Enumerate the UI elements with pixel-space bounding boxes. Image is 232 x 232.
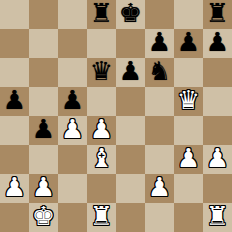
square-a1[interactable] <box>0 203 29 232</box>
square-b4[interactable]: ♟ <box>29 116 58 145</box>
square-g6[interactable] <box>174 58 203 87</box>
square-e8[interactable]: ♚ <box>116 0 145 29</box>
square-e5[interactable] <box>116 87 145 116</box>
piece-black-king[interactable]: ♚ <box>119 0 142 28</box>
piece-white-pawn[interactable]: ♟ <box>206 145 229 173</box>
square-h2[interactable] <box>203 174 232 203</box>
piece-black-pawn[interactable]: ♟ <box>119 58 142 86</box>
square-d7[interactable] <box>87 29 116 58</box>
square-c6[interactable] <box>58 58 87 87</box>
square-h6[interactable] <box>203 58 232 87</box>
piece-white-pawn[interactable]: ♟ <box>32 174 55 202</box>
piece-white-bishop[interactable]: ♝ <box>90 145 113 173</box>
piece-black-rook[interactable]: ♜ <box>206 0 229 28</box>
square-h3[interactable]: ♟ <box>203 145 232 174</box>
square-e7[interactable] <box>116 29 145 58</box>
piece-black-rook[interactable]: ♜ <box>90 0 113 28</box>
square-b7[interactable] <box>29 29 58 58</box>
square-f2[interactable]: ♟ <box>145 174 174 203</box>
piece-black-knight[interactable]: ♞ <box>148 58 171 86</box>
square-g3[interactable]: ♟ <box>174 145 203 174</box>
square-c4[interactable]: ♟ <box>58 116 87 145</box>
square-b2[interactable]: ♟ <box>29 174 58 203</box>
square-h8[interactable]: ♜ <box>203 0 232 29</box>
piece-black-queen[interactable]: ♛ <box>90 58 113 86</box>
piece-white-pawn[interactable]: ♟ <box>148 174 171 202</box>
square-h4[interactable] <box>203 116 232 145</box>
square-a6[interactable] <box>0 58 29 87</box>
square-c8[interactable] <box>58 0 87 29</box>
piece-white-king[interactable]: ♚ <box>32 203 55 231</box>
square-g5[interactable]: ♛ <box>174 87 203 116</box>
square-f5[interactable] <box>145 87 174 116</box>
chess-board: ♜♚♜♟♟♟♛♟♞♟♟♛♟♟♟♝♟♟♟♟♟♚♜♜ <box>0 0 232 232</box>
square-a8[interactable] <box>0 0 29 29</box>
square-f6[interactable]: ♞ <box>145 58 174 87</box>
square-f7[interactable]: ♟ <box>145 29 174 58</box>
piece-white-queen[interactable]: ♛ <box>177 87 200 115</box>
square-f4[interactable] <box>145 116 174 145</box>
square-a7[interactable] <box>0 29 29 58</box>
square-c5[interactable]: ♟ <box>58 87 87 116</box>
square-e2[interactable] <box>116 174 145 203</box>
square-e6[interactable]: ♟ <box>116 58 145 87</box>
square-d2[interactable] <box>87 174 116 203</box>
piece-black-pawn[interactable]: ♟ <box>32 116 55 144</box>
square-b3[interactable] <box>29 145 58 174</box>
square-c3[interactable] <box>58 145 87 174</box>
square-d6[interactable]: ♛ <box>87 58 116 87</box>
square-d5[interactable] <box>87 87 116 116</box>
square-c2[interactable] <box>58 174 87 203</box>
square-g2[interactable] <box>174 174 203 203</box>
piece-black-pawn[interactable]: ♟ <box>148 29 171 57</box>
square-g8[interactable] <box>174 0 203 29</box>
square-a2[interactable]: ♟ <box>0 174 29 203</box>
square-f8[interactable] <box>145 0 174 29</box>
square-g4[interactable] <box>174 116 203 145</box>
square-g7[interactable]: ♟ <box>174 29 203 58</box>
piece-black-pawn[interactable]: ♟ <box>177 29 200 57</box>
square-d8[interactable]: ♜ <box>87 0 116 29</box>
piece-black-pawn[interactable]: ♟ <box>61 87 84 115</box>
square-e4[interactable] <box>116 116 145 145</box>
piece-white-rook[interactable]: ♜ <box>206 203 229 231</box>
square-b1[interactable]: ♚ <box>29 203 58 232</box>
square-h1[interactable]: ♜ <box>203 203 232 232</box>
square-a3[interactable] <box>0 145 29 174</box>
square-h5[interactable] <box>203 87 232 116</box>
piece-black-pawn[interactable]: ♟ <box>3 87 26 115</box>
square-b5[interactable] <box>29 87 58 116</box>
piece-white-rook[interactable]: ♜ <box>90 203 113 231</box>
square-e3[interactable] <box>116 145 145 174</box>
square-b6[interactable] <box>29 58 58 87</box>
square-b8[interactable] <box>29 0 58 29</box>
square-e1[interactable] <box>116 203 145 232</box>
square-g1[interactable] <box>174 203 203 232</box>
square-c1[interactable] <box>58 203 87 232</box>
piece-black-pawn[interactable]: ♟ <box>206 29 229 57</box>
piece-white-pawn[interactable]: ♟ <box>90 116 113 144</box>
square-h7[interactable]: ♟ <box>203 29 232 58</box>
square-d1[interactable]: ♜ <box>87 203 116 232</box>
square-f3[interactable] <box>145 145 174 174</box>
square-d3[interactable]: ♝ <box>87 145 116 174</box>
piece-white-pawn[interactable]: ♟ <box>3 174 26 202</box>
square-f1[interactable] <box>145 203 174 232</box>
square-d4[interactable]: ♟ <box>87 116 116 145</box>
square-a4[interactable] <box>0 116 29 145</box>
piece-white-pawn[interactable]: ♟ <box>177 145 200 173</box>
square-a5[interactable]: ♟ <box>0 87 29 116</box>
square-c7[interactable] <box>58 29 87 58</box>
piece-white-pawn[interactable]: ♟ <box>61 116 84 144</box>
